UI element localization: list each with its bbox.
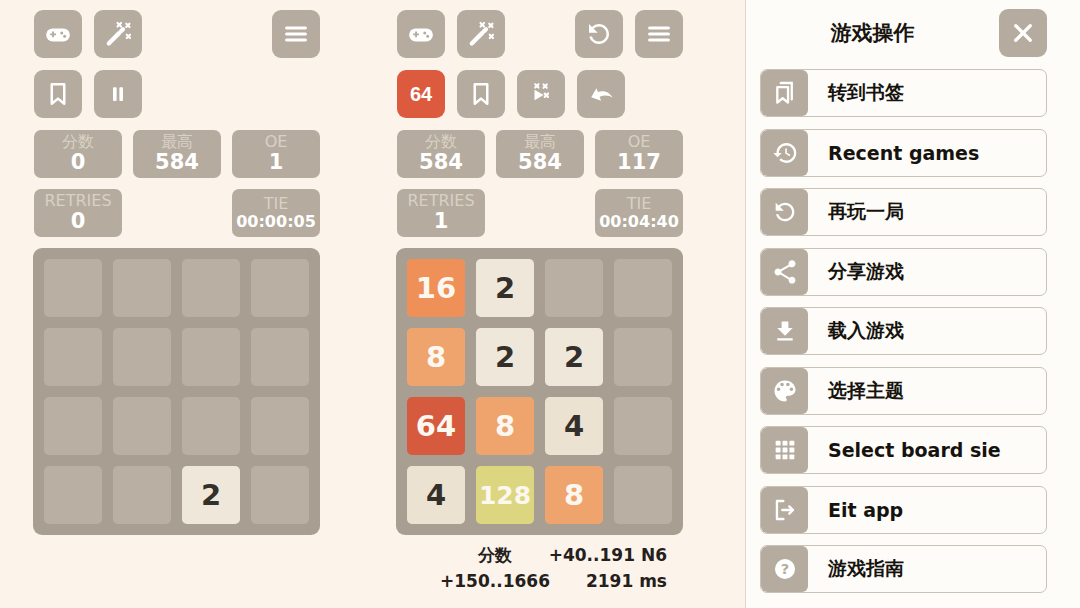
pause-icon [103,79,133,109]
footer-time-info: 2191 ms [549,568,667,594]
tie-value: 00:00:05 [236,213,316,231]
score-label: 分数 [425,133,457,151]
tile-8: 8 [545,466,603,524]
score-label: 分数 [62,133,94,151]
download-icon [761,308,808,354]
game-actions-menu: 游戏操作 转到书签 [745,0,1080,608]
menu-item-exit-app[interactable]: Eit app [760,486,1047,534]
left-toolbar-row-2 [34,70,320,118]
tile-2: 2 [182,466,240,524]
retries-label: RETRIES [44,192,111,210]
score-box: 分数 584 [397,130,485,178]
menu-item-share-game[interactable]: 分享游戏 [760,248,1047,296]
menu-item-select-theme[interactable]: 选择主题 [760,367,1047,415]
bookmark-button-left[interactable] [34,70,82,118]
grid-icon [761,427,808,473]
tile-2: 2 [476,259,534,317]
tile-2: 2 [545,328,603,386]
bookmarks-icon [761,70,808,116]
menu-item-list: 转到书签 Recent games 再玩 [760,69,1047,593]
svg-text:?: ? [780,560,788,577]
magic-wand-icon [103,19,133,49]
cell-r2c2 [113,328,171,386]
retries-value: 1 [434,210,449,234]
tie-box: TIE 00:00:05 [232,189,320,237]
cell-r2c2: 2 [476,328,534,386]
left-toolbar-row-1 [34,10,320,58]
pause-button[interactable] [94,70,142,118]
help-icon: ? [761,546,808,592]
menu-item-game-guide[interactable]: ? 游戏指南 [760,545,1047,593]
menu-item-replay[interactable]: 再玩一局 [760,188,1047,236]
tie-box: TIE 00:04:40 [595,189,683,237]
right-game-panel: 64 [397,0,683,608]
autoplay-button[interactable] [517,70,565,118]
menu-item-label: 分享游戏 [828,259,904,285]
bookmark-icon [43,79,73,109]
magic-wand-icon [466,19,496,49]
retries-value: 0 [71,210,86,234]
tile-4: 4 [407,466,465,524]
gamepad-icon [43,19,73,49]
cell-r3c1 [44,397,102,455]
menu-item-goto-bookmark[interactable]: 转到书签 [760,69,1047,117]
cell-r3c2: 8 [476,397,534,455]
undo-button[interactable] [577,70,625,118]
restart-button[interactable] [575,10,623,58]
cell-r3c3 [182,397,240,455]
right-stats-row: 分数 584 最高 584 OE 117 [397,130,683,178]
close-icon [1008,18,1038,48]
cell-r3c4 [251,397,309,455]
max-tile-button[interactable]: 64 [397,70,445,118]
cell-r4c4 [614,466,672,524]
cell-r2c4 [614,328,672,386]
cell-r4c1: 4 [407,466,465,524]
tile-8: 8 [476,397,534,455]
hint-wand-button-right[interactable] [457,10,505,58]
retries-box: RETRIES 0 [34,189,122,237]
cell-r1c3 [182,259,240,317]
tile-16: 16 [407,259,465,317]
stats-footer: 分数 +150..1666 +40..191 N6 2191 ms [397,542,683,598]
cell-r1c1: 16 [407,259,465,317]
replay-icon [761,189,808,235]
autoplay-icon [526,79,556,109]
menu-item-label: 载入游戏 [828,318,904,344]
menu-item-label: Eit app [828,499,903,521]
menu-title: 游戏操作 [746,19,999,47]
cell-r4c2: 128 [476,466,534,524]
tie-label: TIE [264,195,289,213]
best-label: 最高 [161,133,193,151]
new-game-button[interactable] [34,10,82,58]
cell-r1c3 [545,259,603,317]
best-value: 584 [518,151,562,175]
cell-r4c4 [251,466,309,524]
cell-r3c4 [614,397,672,455]
score-box: 分数 0 [34,130,122,178]
oe-box: OE 1 [232,130,320,178]
right-toolbar-row-1 [397,10,683,58]
cell-r1c4 [251,259,309,317]
cell-r1c2: 2 [476,259,534,317]
exit-icon [761,487,808,533]
oe-box: OE 117 [595,130,683,178]
hint-wand-button[interactable] [94,10,142,58]
tile-128: 128 [476,466,534,524]
tile-64: 64 [407,397,465,455]
menu-item-label: 转到书签 [828,80,904,106]
bookmark-icon [466,79,496,109]
cell-r2c1 [44,328,102,386]
hamburger-icon [644,19,674,49]
cell-r4c3: 2 [182,466,240,524]
gamepad-icon [406,19,436,49]
cell-r1c2 [113,259,171,317]
left-stats-row-2: RETRIES 0 TIE 00:00:05 [34,189,320,237]
tile-2: 2 [476,328,534,386]
cell-r4c3: 8 [545,466,603,524]
history-icon [761,130,808,176]
tile-4: 4 [545,397,603,455]
oe-label: OE [628,133,651,151]
left-board[interactable]: 2 [33,248,320,535]
oe-value: 117 [617,151,661,175]
menu-item-label: Select board sie [828,439,1001,461]
cell-r3c3: 4 [545,397,603,455]
tie-value: 00:04:40 [599,213,679,231]
footer-move-info: +40..191 N6 [549,542,667,568]
retries-label: RETRIES [407,192,474,210]
right-toolbar-row-2: 64 [397,70,683,118]
score-value: 0 [71,151,86,175]
cell-r2c3 [182,328,240,386]
menu-item-load-game[interactable]: 载入游戏 [760,307,1047,355]
tile-8: 8 [407,328,465,386]
cell-r3c1: 64 [407,397,465,455]
cell-r2c3: 2 [545,328,603,386]
cell-r3c2 [113,397,171,455]
close-menu-button[interactable] [999,9,1047,57]
cell-r4c2 [113,466,171,524]
score-value: 584 [419,151,463,175]
oe-value: 1 [269,151,284,175]
retries-box: RETRIES 1 [397,189,485,237]
best-label: 最高 [524,133,556,151]
right-board[interactable]: 162822648441288 [396,248,683,535]
left-game-panel: 分数 0 最高 584 OE 1 RETRIES 0 TIE 00:00:05 … [34,0,320,608]
menu-item-label: 游戏指南 [828,556,904,582]
tie-label: TIE [627,195,652,213]
undo-icon [586,79,616,109]
app-2048: 分数 0 最高 584 OE 1 RETRIES 0 TIE 00:00:05 … [0,0,1080,608]
menu-item-label: Recent games [828,142,979,164]
right-stats-row-2: RETRIES 1 TIE 00:04:40 [397,189,683,237]
hamburger-icon [281,19,311,49]
palette-icon [761,368,808,414]
new-game-button-right[interactable] [397,10,445,58]
bookmark-button-right[interactable] [457,70,505,118]
share-icon [761,249,808,295]
cell-r1c4 [614,259,672,317]
cell-r1c1 [44,259,102,317]
oe-label: OE [265,133,288,151]
left-stats-row: 分数 0 最高 584 OE 1 [34,130,320,178]
menu-item-label: 再玩一局 [828,199,904,225]
best-value: 584 [155,151,199,175]
menu-item-label: 选择主题 [828,378,904,404]
best-box: 最高 584 [496,130,584,178]
best-box: 最高 584 [133,130,221,178]
cell-r2c1: 8 [407,328,465,386]
menu-button-right[interactable] [635,10,683,58]
menu-button-left[interactable] [272,10,320,58]
move-info-block: +40..191 N6 2191 ms [549,542,667,594]
cell-r4c1 [44,466,102,524]
restart-icon [584,19,614,49]
cell-r2c4 [251,328,309,386]
menu-item-select-board-size[interactable]: Select board sie [760,426,1047,474]
menu-item-recent-games[interactable]: Recent games [760,129,1047,177]
